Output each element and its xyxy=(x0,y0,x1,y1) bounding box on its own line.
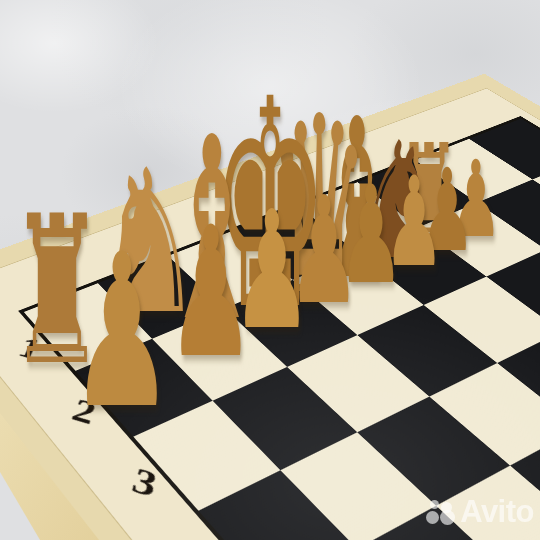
avito-watermark-text: Avito xyxy=(460,494,534,530)
chess-piece-pawn-h2: ♟ xyxy=(70,226,175,438)
avito-dot-small xyxy=(430,500,439,509)
product-photo-stage: 12345678 ♜♞♝♚♛♝♞♜♟♟♟♟♟♟♟♟ Avito xyxy=(0,0,540,540)
avito-watermark: Avito xyxy=(425,494,534,530)
avito-dot-large xyxy=(426,511,439,524)
chess-piece-pawn-g2: ♟ xyxy=(167,203,256,383)
avito-dot-largest xyxy=(440,510,455,525)
avito-logo-dots-icon xyxy=(425,498,455,526)
